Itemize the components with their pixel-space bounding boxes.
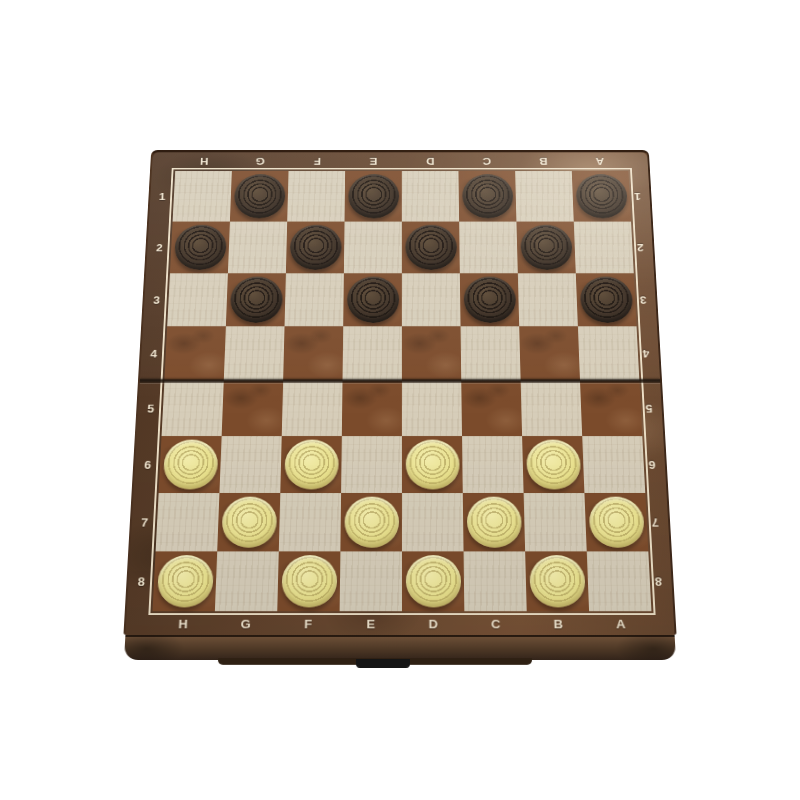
square-a1[interactable] [572,171,631,222]
file-label-bottom-c: C [491,616,501,630]
dark-man-c1[interactable] [462,174,514,218]
rank-label-right-4: 4 [643,347,650,360]
rank-label-left-1: 1 [159,190,166,202]
square-f1[interactable] [287,171,345,222]
square-f6[interactable] [280,436,342,493]
square-d6[interactable] [402,436,463,493]
light-man-c7[interactable] [466,497,521,548]
square-f7[interactable] [279,493,341,551]
rank-label-left-7: 7 [141,515,149,529]
square-a3[interactable] [576,273,637,326]
square-c1[interactable] [458,171,516,222]
square-f4[interactable] [283,326,343,380]
dark-man-g1[interactable] [233,174,285,218]
light-man-d6[interactable] [405,440,459,490]
square-f5[interactable] [282,381,343,437]
rank-label-left-2: 2 [156,241,163,253]
square-d7[interactable] [402,493,464,551]
file-label-bottom-h: H [178,616,188,630]
square-a2[interactable] [574,222,634,274]
square-f2[interactable] [286,222,345,274]
square-h1[interactable] [173,171,232,222]
square-a6[interactable] [582,436,645,493]
square-c6[interactable] [462,436,524,493]
dark-man-f2[interactable] [289,225,341,270]
square-e2[interactable] [344,222,402,274]
square-h6[interactable] [159,436,222,493]
square-b1[interactable] [515,171,574,222]
square-g5[interactable] [222,381,284,437]
square-e7[interactable] [340,493,402,551]
square-h3[interactable] [167,273,228,326]
square-a4[interactable] [578,326,640,380]
file-label-bottom-d: D [429,616,438,630]
square-h8[interactable] [153,551,218,611]
square-h7[interactable] [156,493,220,551]
checkers-board: HGFEDCBA 12345678 12345678 HGFEDCBA [122,150,678,660]
square-c5[interactable] [461,381,522,437]
light-man-b8[interactable] [529,555,586,607]
file-label-bottom-a: A [616,616,626,630]
square-b7[interactable] [524,493,587,551]
square-g3[interactable] [226,273,286,326]
board-side-edge [124,635,676,660]
square-g2[interactable] [228,222,287,274]
dark-man-a1[interactable] [575,174,628,218]
file-label-bottom-f: F [304,616,312,630]
square-g4[interactable] [224,326,285,380]
square-g6[interactable] [219,436,281,493]
square-g7[interactable] [217,493,280,551]
square-c7[interactable] [463,493,525,551]
file-labels-bottom: HGFEDCBA [151,611,653,636]
square-f8[interactable] [277,551,340,611]
square-g8[interactable] [215,551,279,611]
square-b2[interactable] [516,222,575,274]
file-label-top-b: B [539,155,548,167]
square-d3[interactable] [402,273,461,326]
light-man-a7[interactable] [588,497,645,548]
square-a5[interactable] [580,381,642,437]
file-label-bottom-e: E [366,616,375,630]
file-label-bottom-g: G [240,616,251,630]
product-photo: HGFEDCBA 12345678 12345678 HGFEDCBA [0,0,800,800]
square-e4[interactable] [343,326,402,380]
file-label-top-c: C [482,155,491,167]
square-d2[interactable] [402,222,460,274]
dark-man-c3[interactable] [463,277,516,323]
dark-man-b2[interactable] [520,225,573,270]
dark-man-e3[interactable] [346,277,398,323]
clasp-tab [356,659,410,668]
square-c8[interactable] [464,551,527,611]
square-h5[interactable] [162,381,224,437]
rank-label-right-2: 2 [637,241,644,253]
square-e6[interactable] [341,436,402,493]
file-label-top-a: A [595,155,604,167]
hinge-fold-line [140,379,660,383]
file-labels-top: HGFEDCBA [175,152,628,169]
rank-label-left-5: 5 [147,402,155,415]
square-c2[interactable] [459,222,518,274]
light-man-f8[interactable] [281,555,337,607]
square-c4[interactable] [461,326,521,380]
rank-label-right-6: 6 [649,458,657,471]
light-man-g7[interactable] [221,497,277,548]
rank-label-right-7: 7 [652,515,660,529]
file-label-top-g: G [256,155,265,167]
file-label-top-h: H [199,155,208,167]
rank-label-left-8: 8 [137,574,145,588]
light-man-d8[interactable] [405,555,460,607]
file-label-top-d: D [426,155,435,167]
light-man-b6[interactable] [526,440,581,490]
rank-label-right-3: 3 [640,293,647,305]
square-d5[interactable] [402,381,462,437]
square-b5[interactable] [521,381,583,437]
light-man-e7[interactable] [344,497,399,548]
file-label-bottom-b: B [553,616,563,630]
square-d1[interactable] [402,171,459,222]
square-h4[interactable] [164,326,225,380]
rank-label-left-3: 3 [153,293,160,305]
dark-man-g3[interactable] [229,277,282,323]
square-d4[interactable] [402,326,461,380]
rank-label-right-8: 8 [655,574,663,588]
square-c3[interactable] [460,273,519,326]
file-label-top-e: E [370,155,378,167]
square-e8[interactable] [340,551,402,611]
board-surface: HGFEDCBA 12345678 12345678 HGFEDCBA [123,150,676,635]
square-h2[interactable] [170,222,230,274]
dark-man-e1[interactable] [348,174,399,218]
light-man-h6[interactable] [162,440,218,490]
square-b6[interactable] [522,436,584,493]
square-g1[interactable] [230,171,289,222]
light-man-h8[interactable] [156,555,213,607]
dark-man-a3[interactable] [579,277,633,323]
board-grid [153,171,652,611]
square-d8[interactable] [402,551,464,611]
rank-label-left-6: 6 [144,458,152,471]
square-b4[interactable] [519,326,580,380]
square-e3[interactable] [343,273,402,326]
file-label-top-f: F [313,155,320,167]
square-b8[interactable] [525,551,589,611]
rank-label-right-1: 1 [634,190,641,202]
square-a8[interactable] [587,551,652,611]
light-man-f6[interactable] [284,440,339,490]
dark-man-h2[interactable] [173,225,226,270]
dark-man-d2[interactable] [405,225,457,270]
rank-label-right-5: 5 [646,402,654,415]
square-f3[interactable] [285,273,344,326]
square-e1[interactable] [345,171,402,222]
square-a7[interactable] [584,493,648,551]
square-e5[interactable] [342,381,402,437]
rank-label-left-4: 4 [150,347,157,360]
square-b3[interactable] [518,273,578,326]
